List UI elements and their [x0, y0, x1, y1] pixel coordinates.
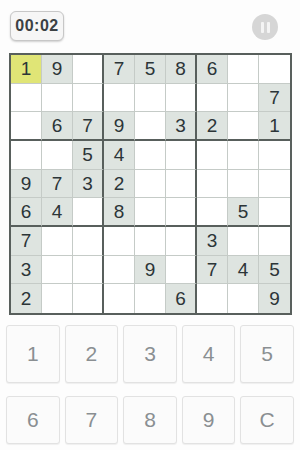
cell-r6c3[interactable] [73, 198, 104, 227]
cell-r5c1[interactable]: 9 [11, 170, 42, 199]
cell-r6c2[interactable]: 4 [42, 198, 73, 227]
cell-r2c4[interactable] [104, 84, 135, 113]
cell-r1c8[interactable] [228, 55, 259, 84]
cell-r8c2[interactable] [42, 256, 73, 285]
keypad-button-4[interactable]: 4 [182, 325, 236, 383]
keypad-button-3[interactable]: 3 [123, 325, 177, 383]
cell-r3c4[interactable]: 9 [104, 112, 135, 141]
cell-r2c9[interactable]: 7 [259, 84, 290, 113]
keypad-button-2[interactable]: 2 [65, 325, 119, 383]
cell-r2c7[interactable] [197, 84, 228, 113]
cell-r7c2[interactable] [42, 227, 73, 256]
keypad-row-1: 12345 [6, 325, 294, 383]
cell-r4c1[interactable] [11, 141, 42, 170]
cell-r4c9[interactable] [259, 141, 290, 170]
cell-r2c1[interactable] [11, 84, 42, 113]
cell-r3c3[interactable]: 7 [73, 112, 104, 141]
pause-icon [261, 22, 270, 33]
keypad-button-6[interactable]: 6 [6, 396, 60, 444]
cell-r6c9[interactable] [259, 198, 290, 227]
cell-r2c5[interactable] [135, 84, 166, 113]
cell-r4c6[interactable] [166, 141, 197, 170]
cell-r6c7[interactable] [197, 198, 228, 227]
cell-r5c4[interactable]: 2 [104, 170, 135, 199]
cell-r7c9[interactable] [259, 227, 290, 256]
cell-r8c9[interactable]: 5 [259, 256, 290, 285]
cell-r3c7[interactable]: 2 [197, 112, 228, 141]
cell-r7c4[interactable] [104, 227, 135, 256]
cell-r1c5[interactable]: 5 [135, 55, 166, 84]
cell-r6c4[interactable]: 8 [104, 198, 135, 227]
keypad-button-8[interactable]: 8 [123, 396, 177, 444]
cell-r6c8[interactable]: 5 [228, 198, 259, 227]
cell-r8c6[interactable] [166, 256, 197, 285]
cell-r1c7[interactable]: 6 [197, 55, 228, 84]
cell-r9c7[interactable] [197, 284, 228, 313]
cell-r3c9[interactable]: 1 [259, 112, 290, 141]
keypad-button-9[interactable]: 9 [182, 396, 236, 444]
cell-r6c6[interactable] [166, 198, 197, 227]
cell-r9c8[interactable] [228, 284, 259, 313]
cell-r3c1[interactable] [11, 112, 42, 141]
cell-r7c3[interactable] [73, 227, 104, 256]
cell-r2c6[interactable] [166, 84, 197, 113]
cell-r9c6[interactable]: 6 [166, 284, 197, 313]
cell-r7c7[interactable]: 3 [197, 227, 228, 256]
cell-r5c3[interactable]: 3 [73, 170, 104, 199]
sudoku-board: 197586767932154973264857339745269 [9, 53, 292, 315]
cell-r2c2[interactable] [42, 84, 73, 113]
cell-r4c2[interactable] [42, 141, 73, 170]
cell-r1c4[interactable]: 7 [104, 55, 135, 84]
keypad-button-5[interactable]: 5 [240, 325, 294, 383]
cell-r9c1[interactable]: 2 [11, 284, 42, 313]
cell-r3c6[interactable]: 3 [166, 112, 197, 141]
cell-r1c3[interactable] [73, 55, 104, 84]
cell-r2c3[interactable] [73, 84, 104, 113]
cell-r4c8[interactable] [228, 141, 259, 170]
cell-r9c3[interactable] [73, 284, 104, 313]
pause-button[interactable] [252, 14, 278, 40]
cell-r9c9[interactable]: 9 [259, 284, 290, 313]
cell-r8c3[interactable] [73, 256, 104, 285]
cell-r9c5[interactable] [135, 284, 166, 313]
cell-r8c8[interactable]: 4 [228, 256, 259, 285]
cell-r3c2[interactable]: 6 [42, 112, 73, 141]
cell-r5c2[interactable]: 7 [42, 170, 73, 199]
cell-r9c2[interactable] [42, 284, 73, 313]
cell-r8c7[interactable]: 7 [197, 256, 228, 285]
cell-r7c1[interactable]: 7 [11, 227, 42, 256]
cell-r3c8[interactable] [228, 112, 259, 141]
cell-r5c6[interactable] [166, 170, 197, 199]
cell-r6c1[interactable]: 6 [11, 198, 42, 227]
cell-r7c6[interactable] [166, 227, 197, 256]
cell-r8c1[interactable]: 3 [11, 256, 42, 285]
cell-r4c4[interactable]: 4 [104, 141, 135, 170]
cell-r4c7[interactable] [197, 141, 228, 170]
cell-r5c5[interactable] [135, 170, 166, 199]
cell-r5c8[interactable] [228, 170, 259, 199]
keypad-button-clear[interactable]: C [240, 396, 294, 444]
cell-r9c4[interactable] [104, 284, 135, 313]
cell-r7c8[interactable] [228, 227, 259, 256]
cell-r1c2[interactable]: 9 [42, 55, 73, 84]
timer-display: 00:02 [10, 11, 64, 41]
keypad-button-1[interactable]: 1 [6, 325, 60, 383]
cell-r8c4[interactable] [104, 256, 135, 285]
cell-r2c8[interactable] [228, 84, 259, 113]
cell-r1c1[interactable]: 1 [11, 55, 42, 84]
cell-r1c6[interactable]: 8 [166, 55, 197, 84]
cell-r1c9[interactable] [259, 55, 290, 84]
cell-r6c5[interactable] [135, 198, 166, 227]
cell-r7c5[interactable] [135, 227, 166, 256]
cell-r5c7[interactable] [197, 170, 228, 199]
cell-r4c3[interactable]: 5 [73, 141, 104, 170]
cell-r5c9[interactable] [259, 170, 290, 199]
timer-value: 00:02 [15, 17, 58, 35]
cell-r3c5[interactable] [135, 112, 166, 141]
cell-r8c5[interactable]: 9 [135, 256, 166, 285]
keypad-row-2: 6789C [6, 396, 294, 444]
keypad-button-7[interactable]: 7 [65, 396, 119, 444]
cell-r4c5[interactable] [135, 141, 166, 170]
